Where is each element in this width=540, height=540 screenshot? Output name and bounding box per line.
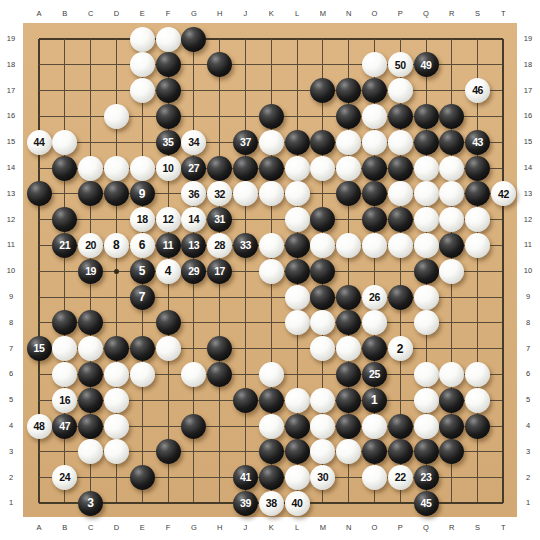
move-number-47: 47: [59, 421, 70, 432]
coord-label-top-J: J: [236, 9, 254, 19]
move-number-36: 36: [188, 189, 199, 200]
stone-black-F18[interactable]: [156, 52, 181, 77]
stone-black-O14[interactable]: [362, 156, 387, 181]
stone-white-P15[interactable]: [388, 130, 413, 155]
coord-label-right-14: 14: [519, 163, 537, 173]
stone-black-K14[interactable]: [259, 156, 284, 181]
coord-label-left-16: 16: [2, 111, 20, 121]
stone-black-J1[interactable]: 39: [233, 491, 258, 516]
stone-black-B4[interactable]: 47: [52, 414, 77, 439]
coord-label-top-N: N: [340, 9, 358, 19]
stone-white-E12[interactable]: 18: [130, 207, 155, 232]
stone-white-L12[interactable]: [285, 207, 310, 232]
stone-white-D11[interactable]: 8: [104, 233, 129, 258]
coord-label-bottom-S: S: [469, 523, 487, 533]
stone-black-Q15[interactable]: [414, 130, 439, 155]
move-number-26: 26: [369, 292, 380, 303]
stone-white-N11[interactable]: [336, 233, 361, 258]
move-number-14: 14: [188, 214, 199, 225]
coord-label-bottom-D: D: [107, 523, 125, 533]
stone-white-D5[interactable]: [104, 388, 129, 413]
move-number-9: 9: [139, 188, 146, 200]
stone-white-K13[interactable]: [259, 181, 284, 206]
stone-white-L14[interactable]: [285, 156, 310, 181]
move-number-28: 28: [214, 240, 225, 251]
coord-label-bottom-Q: Q: [417, 523, 435, 533]
stone-black-J11[interactable]: 33: [233, 233, 258, 258]
stone-black-F3[interactable]: [156, 439, 181, 464]
stone-black-P12[interactable]: [388, 207, 413, 232]
stone-white-Q5[interactable]: [414, 388, 439, 413]
stone-white-L5[interactable]: [285, 388, 310, 413]
coord-label-left-9: 9: [2, 292, 20, 302]
stone-black-G14[interactable]: 27: [181, 156, 206, 181]
coord-label-right-19: 19: [519, 34, 537, 44]
coord-label-left-15: 15: [2, 137, 20, 147]
coord-label-top-P: P: [391, 9, 409, 19]
coord-label-right-9: 9: [519, 292, 537, 302]
stone-black-C6[interactable]: [78, 362, 103, 387]
move-number-50: 50: [395, 60, 406, 71]
coord-label-top-M: M: [314, 9, 332, 19]
stone-black-M15[interactable]: [310, 130, 335, 155]
coord-label-top-G: G: [185, 9, 203, 19]
stone-white-F12[interactable]: 12: [156, 207, 181, 232]
move-number-44: 44: [34, 137, 45, 148]
stone-white-Q12[interactable]: [414, 207, 439, 232]
stone-white-E14[interactable]: [130, 156, 155, 181]
coord-label-right-4: 4: [519, 421, 537, 431]
stone-black-P16[interactable]: [388, 104, 413, 129]
move-number-1: 1: [371, 394, 378, 406]
stone-black-F16[interactable]: [156, 104, 181, 129]
move-number-12: 12: [163, 214, 174, 225]
star-point: [114, 269, 119, 274]
coord-label-bottom-P: P: [391, 523, 409, 533]
stone-white-K11[interactable]: [259, 233, 284, 258]
move-number-10: 10: [163, 163, 174, 174]
stone-black-F11[interactable]: 11: [156, 233, 181, 258]
coord-label-left-13: 13: [2, 189, 20, 199]
stone-black-F15[interactable]: 35: [156, 130, 181, 155]
stone-white-P13[interactable]: [388, 181, 413, 206]
coord-label-bottom-F: F: [159, 523, 177, 533]
move-number-35: 35: [163, 137, 174, 148]
stone-black-M10[interactable]: [310, 259, 335, 284]
stone-white-M4[interactable]: [310, 414, 335, 439]
coord-label-left-7: 7: [2, 344, 20, 354]
stone-black-D7[interactable]: [104, 336, 129, 361]
stone-black-O12[interactable]: [362, 207, 387, 232]
stone-black-P9[interactable]: [388, 285, 413, 310]
coord-label-left-17: 17: [2, 86, 20, 96]
stone-white-P7[interactable]: 2: [388, 336, 413, 361]
stone-white-P17[interactable]: [388, 78, 413, 103]
coord-label-left-12: 12: [2, 215, 20, 225]
stone-black-O5[interactable]: 1: [362, 388, 387, 413]
move-number-45: 45: [421, 498, 432, 509]
stone-black-J5[interactable]: [233, 388, 258, 413]
stone-black-Q1[interactable]: 45: [414, 491, 439, 516]
move-number-25: 25: [369, 369, 380, 380]
stone-black-C10[interactable]: 19: [78, 259, 103, 284]
coord-label-bottom-H: H: [211, 523, 229, 533]
move-number-2: 2: [397, 343, 404, 355]
coord-label-bottom-T: T: [494, 523, 512, 533]
stone-white-A15[interactable]: 44: [27, 130, 52, 155]
stone-black-Q10[interactable]: [414, 259, 439, 284]
stone-white-Q9[interactable]: [414, 285, 439, 310]
stone-black-E13[interactable]: 9: [130, 181, 155, 206]
stone-black-A7[interactable]: 15: [27, 336, 52, 361]
stone-black-C4[interactable]: [78, 414, 103, 439]
move-number-32: 32: [214, 189, 225, 200]
move-number-6: 6: [139, 239, 146, 251]
stone-white-Q13[interactable]: [414, 181, 439, 206]
move-number-16: 16: [59, 395, 70, 406]
stone-black-P14[interactable]: [388, 156, 413, 181]
coord-label-bottom-G: G: [185, 523, 203, 533]
coord-label-left-19: 19: [2, 34, 20, 44]
stone-white-A4[interactable]: 48: [27, 414, 52, 439]
move-number-20: 20: [85, 240, 96, 251]
move-number-24: 24: [59, 472, 70, 483]
coord-label-top-L: L: [288, 9, 306, 19]
stone-black-J2[interactable]: 41: [233, 465, 258, 490]
coord-label-right-17: 17: [519, 86, 537, 96]
stone-white-L9[interactable]: [285, 285, 310, 310]
stone-white-S5[interactable]: [465, 388, 490, 413]
coord-label-left-6: 6: [2, 369, 20, 379]
coord-label-left-18: 18: [2, 60, 20, 70]
coord-label-bottom-B: B: [56, 523, 74, 533]
coord-label-left-10: 10: [2, 266, 20, 276]
stone-black-P4[interactable]: [388, 414, 413, 439]
stone-black-J14[interactable]: [233, 156, 258, 181]
coord-label-right-6: 6: [519, 369, 537, 379]
coord-label-left-1: 1: [2, 498, 20, 508]
move-number-43: 43: [472, 137, 483, 148]
stone-white-Q14[interactable]: [414, 156, 439, 181]
stone-white-K1[interactable]: 38: [259, 491, 284, 516]
coord-label-left-4: 4: [2, 421, 20, 431]
stone-white-E18[interactable]: [130, 52, 155, 77]
move-number-23: 23: [421, 472, 432, 483]
coord-label-top-C: C: [82, 9, 100, 19]
stone-white-E19[interactable]: [130, 27, 155, 52]
move-number-38: 38: [266, 498, 277, 509]
stone-black-G4[interactable]: [181, 414, 206, 439]
move-number-8: 8: [113, 239, 120, 251]
coord-label-top-F: F: [159, 9, 177, 19]
coord-label-bottom-L: L: [288, 523, 306, 533]
stone-white-Q6[interactable]: [414, 362, 439, 387]
stone-black-Q3[interactable]: [414, 439, 439, 464]
stone-white-K10[interactable]: [259, 259, 284, 284]
stone-black-S4[interactable]: [465, 414, 490, 439]
coord-label-top-O: O: [365, 9, 383, 19]
stone-white-O15[interactable]: [362, 130, 387, 155]
stone-black-C1[interactable]: 3: [78, 491, 103, 516]
stone-black-N4[interactable]: [336, 414, 361, 439]
move-number-15: 15: [34, 343, 45, 354]
stone-white-M5[interactable]: [310, 388, 335, 413]
stone-black-R4[interactable]: [439, 414, 464, 439]
stone-black-F8[interactable]: [156, 310, 181, 335]
stone-black-R5[interactable]: [439, 388, 464, 413]
go-diagram: AABBCCDDEEFFGGHHJJKKLLMMNNOOPPQQRRSSTT11…: [0, 0, 540, 540]
stone-white-L8[interactable]: [285, 310, 310, 335]
stone-white-B5[interactable]: 16: [52, 388, 77, 413]
stone-white-O9[interactable]: 26: [362, 285, 387, 310]
stone-white-D14[interactable]: [104, 156, 129, 181]
coord-label-top-K: K: [262, 9, 280, 19]
stone-black-E7[interactable]: [130, 336, 155, 361]
coord-label-bottom-E: E: [133, 523, 151, 533]
stone-white-Q4[interactable]: [414, 414, 439, 439]
stone-black-K3[interactable]: [259, 439, 284, 464]
coord-label-left-3: 3: [2, 447, 20, 457]
stone-white-E17[interactable]: [130, 78, 155, 103]
stone-black-L4[interactable]: [285, 414, 310, 439]
coord-label-right-16: 16: [519, 111, 537, 121]
stone-black-L3[interactable]: [285, 439, 310, 464]
move-number-13: 13: [188, 240, 199, 251]
coord-label-bottom-N: N: [340, 523, 358, 533]
coord-label-right-10: 10: [519, 266, 537, 276]
move-number-21: 21: [59, 240, 70, 251]
stone-black-S15[interactable]: 43: [465, 130, 490, 155]
move-number-40: 40: [292, 498, 303, 509]
move-number-11: 11: [163, 240, 173, 251]
stone-black-Q18[interactable]: 49: [414, 52, 439, 77]
coord-label-top-T: T: [494, 9, 512, 19]
stone-white-M14[interactable]: [310, 156, 335, 181]
stone-white-H11[interactable]: 28: [207, 233, 232, 258]
move-number-42: 42: [498, 189, 509, 200]
coord-label-bottom-K: K: [262, 523, 280, 533]
stone-black-S14[interactable]: [465, 156, 490, 181]
coord-label-top-H: H: [211, 9, 229, 19]
stone-black-Q2[interactable]: 23: [414, 465, 439, 490]
move-number-48: 48: [34, 421, 45, 432]
stone-black-L15[interactable]: [285, 130, 310, 155]
move-number-22: 22: [395, 472, 406, 483]
stone-white-C11[interactable]: 20: [78, 233, 103, 258]
stone-black-G19[interactable]: [181, 27, 206, 52]
move-number-37: 37: [240, 137, 251, 148]
stone-black-K2[interactable]: [259, 465, 284, 490]
stone-black-N9[interactable]: [336, 285, 361, 310]
stone-white-R14[interactable]: [439, 156, 464, 181]
stone-white-K4[interactable]: [259, 414, 284, 439]
stone-white-N15[interactable]: [336, 130, 361, 155]
stone-white-D6[interactable]: [104, 362, 129, 387]
stone-black-P3[interactable]: [388, 439, 413, 464]
coord-label-right-12: 12: [519, 215, 537, 225]
coord-label-right-1: 1: [519, 498, 537, 508]
stone-black-J15[interactable]: 37: [233, 130, 258, 155]
coord-label-right-13: 13: [519, 189, 537, 199]
stone-white-O2[interactable]: [362, 465, 387, 490]
coord-label-right-11: 11: [519, 240, 537, 250]
coord-label-left-14: 14: [2, 163, 20, 173]
stone-white-Q11[interactable]: [414, 233, 439, 258]
stone-white-L13[interactable]: [285, 181, 310, 206]
stone-white-P11[interactable]: [388, 233, 413, 258]
stone-black-O17[interactable]: [362, 78, 387, 103]
coord-label-bottom-C: C: [82, 523, 100, 533]
stone-white-L2[interactable]: [285, 465, 310, 490]
stone-white-B15[interactable]: [52, 130, 77, 155]
move-number-41: 41: [240, 472, 251, 483]
stone-black-C5[interactable]: [78, 388, 103, 413]
stone-black-K16[interactable]: [259, 104, 284, 129]
coord-label-top-Q: Q: [417, 9, 435, 19]
stone-white-C14[interactable]: [78, 156, 103, 181]
move-number-49: 49: [421, 60, 432, 71]
coord-label-right-15: 15: [519, 137, 537, 147]
move-number-33: 33: [240, 240, 251, 251]
stone-black-N16[interactable]: [336, 104, 361, 129]
stone-black-H14[interactable]: [207, 156, 232, 181]
stone-black-B14[interactable]: [52, 156, 77, 181]
coord-label-top-D: D: [107, 9, 125, 19]
stone-white-D4[interactable]: [104, 414, 129, 439]
coord-label-right-7: 7: [519, 344, 537, 354]
move-number-34: 34: [188, 137, 199, 148]
stone-white-G15[interactable]: 34: [181, 130, 206, 155]
stone-white-R10[interactable]: [439, 259, 464, 284]
stone-black-O6[interactable]: 25: [362, 362, 387, 387]
stone-black-M9[interactable]: [310, 285, 335, 310]
stone-black-L10[interactable]: [285, 259, 310, 284]
stone-white-O11[interactable]: [362, 233, 387, 258]
stone-black-E9[interactable]: 7: [130, 285, 155, 310]
coord-label-bottom-A: A: [30, 523, 48, 533]
stone-white-F14[interactable]: 10: [156, 156, 181, 181]
stone-white-O4[interactable]: [362, 414, 387, 439]
move-number-31: 31: [214, 214, 225, 225]
move-number-4: 4: [165, 265, 172, 277]
coord-label-left-8: 8: [2, 318, 20, 328]
move-number-19: 19: [85, 266, 96, 277]
stone-white-S11[interactable]: [465, 233, 490, 258]
coord-label-right-18: 18: [519, 60, 537, 70]
stone-white-P2[interactable]: 22: [388, 465, 413, 490]
stone-white-K15[interactable]: [259, 130, 284, 155]
coord-label-top-E: E: [133, 9, 151, 19]
move-number-7: 7: [139, 291, 146, 303]
coord-label-bottom-O: O: [365, 523, 383, 533]
stone-black-N6[interactable]: [336, 362, 361, 387]
coord-label-right-3: 3: [519, 447, 537, 457]
coord-label-left-11: 11: [2, 240, 20, 250]
stone-black-O7[interactable]: [362, 336, 387, 361]
stone-black-E10[interactable]: 5: [130, 259, 155, 284]
stone-white-E11[interactable]: 6: [130, 233, 155, 258]
stone-black-H6[interactable]: [207, 362, 232, 387]
stone-white-E6[interactable]: [130, 362, 155, 387]
stone-black-F17[interactable]: [156, 78, 181, 103]
coord-label-top-A: A: [30, 9, 48, 19]
stone-white-S6[interactable]: [465, 362, 490, 387]
coord-label-top-B: B: [56, 9, 74, 19]
stone-white-N14[interactable]: [336, 156, 361, 181]
stone-black-A13[interactable]: [27, 181, 52, 206]
stone-black-Q16[interactable]: [414, 104, 439, 129]
stone-black-E2[interactable]: [130, 465, 155, 490]
move-number-17: 17: [214, 266, 225, 277]
coord-label-bottom-R: R: [443, 523, 461, 533]
coord-label-right-8: 8: [519, 318, 537, 328]
stone-black-R15[interactable]: [439, 130, 464, 155]
move-number-5: 5: [139, 265, 146, 277]
move-number-3: 3: [87, 497, 94, 509]
stone-black-G10[interactable]: 29: [181, 259, 206, 284]
move-number-39: 39: [240, 498, 251, 509]
coord-label-top-S: S: [469, 9, 487, 19]
stone-white-L1[interactable]: 40: [285, 491, 310, 516]
move-number-30: 30: [317, 472, 328, 483]
stone-white-P18[interactable]: 50: [388, 52, 413, 77]
stone-white-O16[interactable]: [362, 104, 387, 129]
move-number-18: 18: [137, 214, 148, 225]
coord-label-left-2: 2: [2, 473, 20, 483]
stone-white-K6[interactable]: [259, 362, 284, 387]
coord-label-right-2: 2: [519, 473, 537, 483]
stone-white-F7[interactable]: [156, 336, 181, 361]
coord-label-bottom-J: J: [236, 523, 254, 533]
stone-white-D16[interactable]: [104, 104, 129, 129]
move-number-27: 27: [188, 163, 199, 174]
stone-black-L11[interactable]: [285, 233, 310, 258]
stone-black-K5[interactable]: [259, 388, 284, 413]
stone-white-F19[interactable]: [156, 27, 181, 52]
move-number-46: 46: [472, 85, 483, 96]
coord-label-right-5: 5: [519, 395, 537, 405]
coord-label-bottom-M: M: [314, 523, 332, 533]
move-number-29: 29: [188, 266, 199, 277]
grid-line-vertical: [502, 39, 504, 503]
stone-white-F10[interactable]: 4: [156, 259, 181, 284]
stone-black-H10[interactable]: 17: [207, 259, 232, 284]
coord-label-left-5: 5: [2, 395, 20, 405]
stone-white-Q8[interactable]: [414, 310, 439, 335]
coord-label-top-R: R: [443, 9, 461, 19]
stone-black-N5[interactable]: [336, 388, 361, 413]
